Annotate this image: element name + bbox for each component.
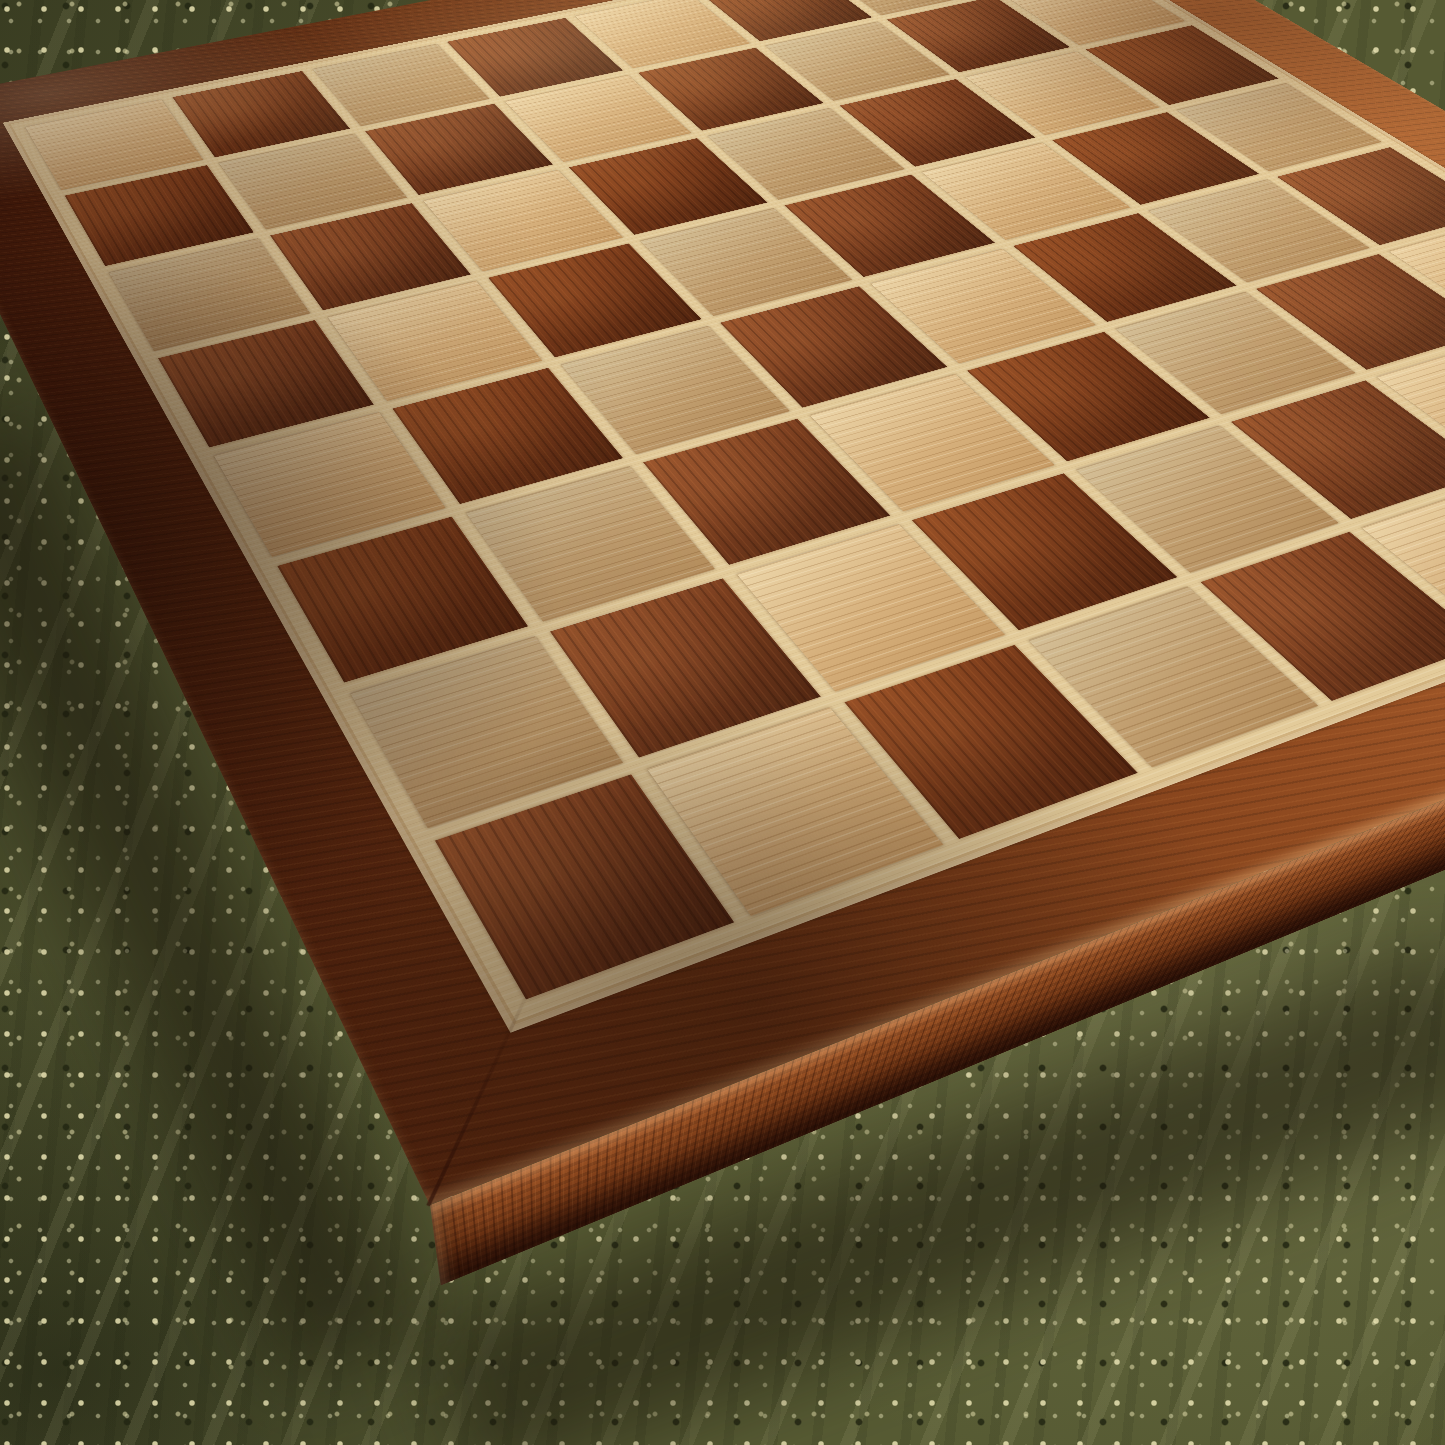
chessboard <box>0 0 1445 1205</box>
board-frame <box>0 0 1445 1205</box>
scene <box>0 0 1445 1445</box>
board-grid <box>25 0 1445 999</box>
board-perspective <box>0 0 1445 1445</box>
